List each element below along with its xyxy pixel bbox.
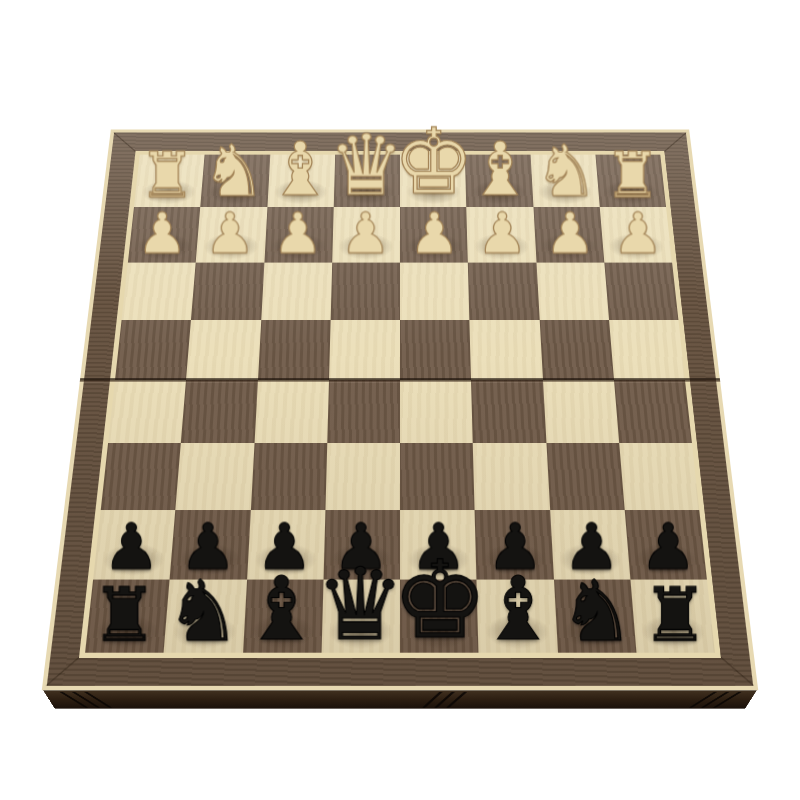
piece-cell-8-5: ♚ xyxy=(400,579,479,652)
piece-cell-2-6: ♟ xyxy=(467,207,537,262)
piece-cell-4-2 xyxy=(186,320,261,380)
piece-cell-5-2 xyxy=(181,380,257,443)
piece-cell-8-3: ♝ xyxy=(243,579,324,652)
piece-black-pawn: ♟ xyxy=(103,517,160,577)
piece-cell-4-3 xyxy=(258,320,331,380)
piece-cell-5-8 xyxy=(614,380,692,443)
piece-cell-7-1: ♟ xyxy=(93,510,175,580)
piece-cell-8-8: ♜ xyxy=(630,579,715,652)
edge-groove-left xyxy=(57,692,120,708)
piece-cell-6-7 xyxy=(546,443,624,509)
piece-cell-8-1: ♜ xyxy=(85,579,170,652)
piece-cell-3-6 xyxy=(468,262,539,320)
piece-white-bishop: ♝ xyxy=(267,135,333,205)
piece-white-rook: ♜ xyxy=(605,146,661,205)
piece-black-knight: ♞ xyxy=(559,571,634,651)
piece-white-king: ♚ xyxy=(393,119,474,205)
piece-cell-6-1 xyxy=(101,443,181,509)
piece-white-pawn: ♟ xyxy=(613,207,664,261)
piece-black-bishop: ♝ xyxy=(243,568,321,651)
piece-cell-3-3 xyxy=(261,262,332,320)
piece-cell-5-5 xyxy=(400,380,473,443)
piece-cell-5-4 xyxy=(327,380,400,443)
piece-cell-6-6 xyxy=(473,443,550,509)
piece-cell-5-7 xyxy=(543,380,619,443)
piece-black-knight: ♞ xyxy=(165,571,240,651)
piece-cell-4-8 xyxy=(609,320,685,380)
piece-cell-4-5 xyxy=(400,320,471,380)
chess-set-photo: ♜♞♝♛♚♝♞♜♟♟♟♟♟♟♟♟♟♟♟♟♟♟♟♟♜♞♝♛♚♝♞♜ xyxy=(0,0,800,800)
piece-cell-3-7 xyxy=(536,262,609,320)
piece-white-bishop: ♝ xyxy=(467,135,533,205)
piece-white-pawn: ♟ xyxy=(136,207,187,261)
piece-black-queen: ♛ xyxy=(316,556,405,651)
piece-cell-6-8 xyxy=(619,443,699,509)
chess-board: ♜♞♝♛♚♝♞♜♟♟♟♟♟♟♟♟♟♟♟♟♟♟♟♟♜♞♝♛♚♝♞♜ xyxy=(42,130,758,691)
piece-cell-4-4 xyxy=(329,320,400,380)
piece-cell-7-8: ♟ xyxy=(624,510,706,580)
piece-cell-2-7: ♟ xyxy=(533,207,604,262)
piece-white-pawn: ♟ xyxy=(273,207,324,261)
piece-white-knight: ♞ xyxy=(535,138,599,205)
piece-cell-3-2 xyxy=(191,262,264,320)
piece-white-queen: ♛ xyxy=(329,125,404,205)
piece-cell-2-3: ♟ xyxy=(264,207,334,262)
piece-cell-3-4 xyxy=(330,262,400,320)
piece-cell-5-3 xyxy=(254,380,329,443)
piece-cell-2-4: ♟ xyxy=(332,207,400,262)
frame-mitre-seam xyxy=(113,132,139,155)
piece-cell-4-7 xyxy=(539,320,614,380)
piece-cell-8-7: ♞ xyxy=(553,579,636,652)
piece-white-knight: ♞ xyxy=(202,138,266,205)
piece-white-pawn: ♟ xyxy=(341,207,392,261)
piece-cell-3-1 xyxy=(122,262,196,320)
piece-cell-4-6 xyxy=(470,320,543,380)
piece-cell-2-2: ♟ xyxy=(196,207,267,262)
piece-cell-6-4 xyxy=(325,443,400,509)
piece-cell-2-5: ♟ xyxy=(400,207,468,262)
piece-white-rook: ♜ xyxy=(139,146,195,205)
piece-cell-2-8: ♟ xyxy=(600,207,673,262)
board-side-edge xyxy=(43,690,757,708)
edge-groove-center xyxy=(420,692,475,708)
piece-cell-6-2 xyxy=(176,443,254,509)
piece-cell-5-1 xyxy=(108,380,186,443)
pieces-layer: ♜♞♝♛♚♝♞♜♟♟♟♟♟♟♟♟♟♟♟♟♟♟♟♟♜♞♝♛♚♝♞♜ xyxy=(85,155,715,653)
piece-white-pawn: ♟ xyxy=(545,207,596,261)
piece-white-pawn: ♟ xyxy=(477,207,528,261)
frame-mitre-seam xyxy=(660,132,686,155)
piece-white-pawn: ♟ xyxy=(409,207,460,261)
piece-cell-6-5 xyxy=(400,443,475,509)
piece-cell-5-6 xyxy=(471,380,546,443)
edge-groove-right xyxy=(687,692,750,708)
piece-black-bishop: ♝ xyxy=(479,568,557,651)
piece-cell-8-4: ♛ xyxy=(321,579,400,652)
piece-black-king: ♚ xyxy=(391,549,487,651)
piece-cell-8-2: ♞ xyxy=(164,579,247,652)
piece-cell-2-1: ♟ xyxy=(128,207,201,262)
piece-black-rook: ♜ xyxy=(91,581,157,651)
piece-white-pawn: ♟ xyxy=(205,207,256,261)
piece-cell-3-8 xyxy=(604,262,678,320)
piece-cell-8-6: ♝ xyxy=(477,579,558,652)
piece-black-rook: ♜ xyxy=(643,581,709,651)
piece-cell-3-5 xyxy=(400,262,470,320)
piece-black-pawn: ♟ xyxy=(640,517,697,577)
piece-cell-6-3 xyxy=(250,443,327,509)
piece-cell-4-1 xyxy=(115,320,191,380)
